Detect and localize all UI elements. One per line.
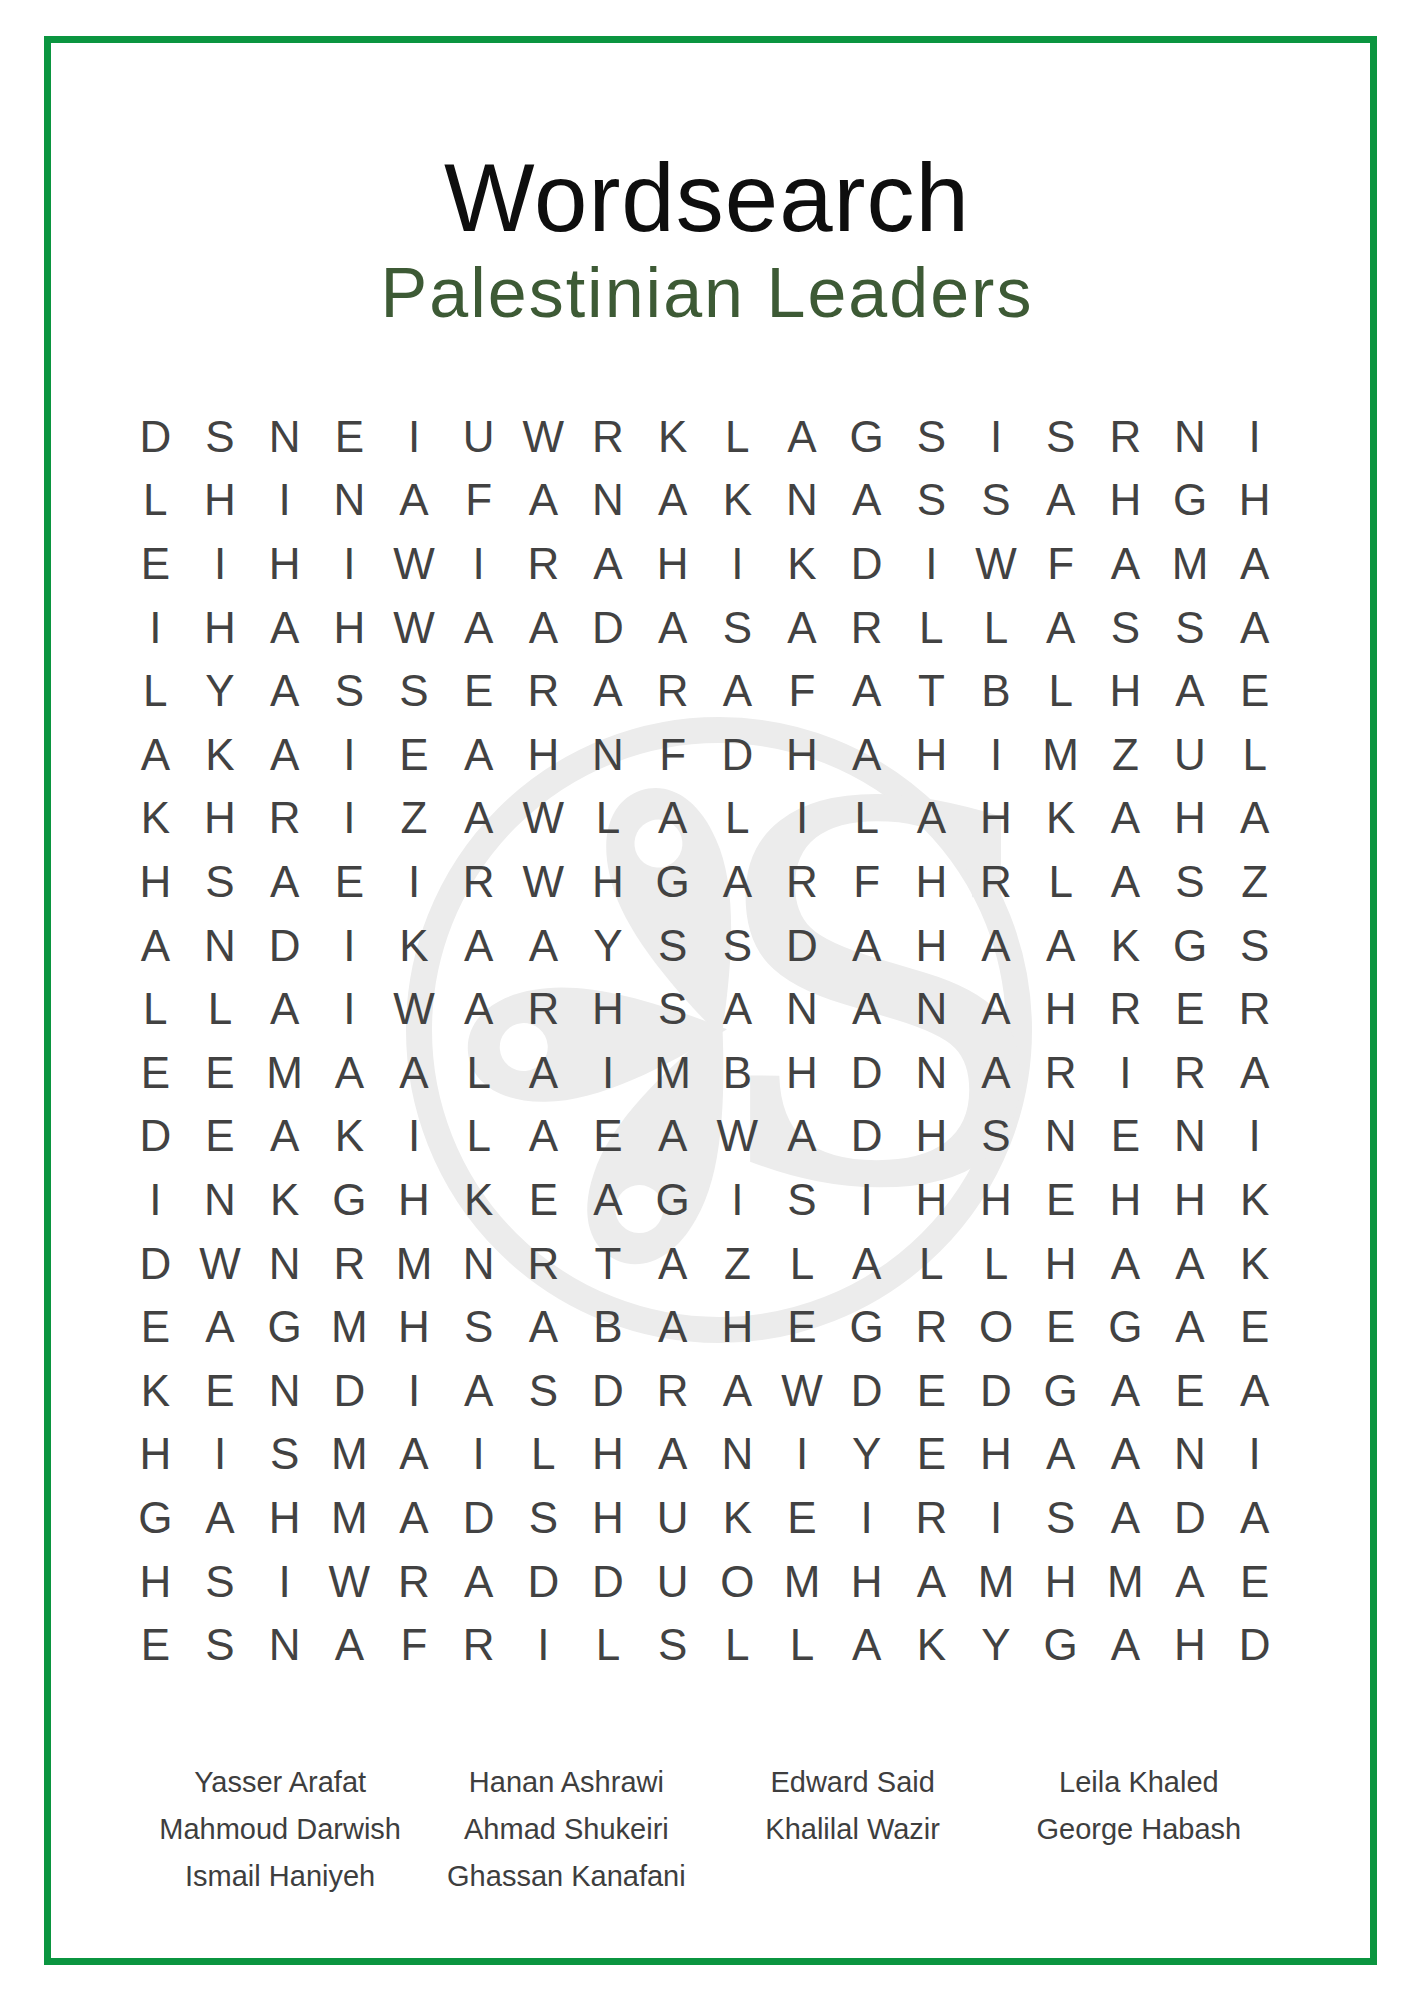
grid-cell-r11c14: A — [964, 1041, 1029, 1105]
grid-cell-r7c16: A — [1093, 787, 1158, 851]
grid-cell-r13c10: I — [705, 1168, 770, 1232]
grid-cell-r11c2: E — [188, 1041, 253, 1105]
grid-cell-r7c11: I — [770, 787, 835, 851]
grid-cell-r10c3: A — [252, 977, 317, 1041]
grid-cell-r12c15: N — [1028, 1105, 1093, 1169]
grid-cell-r19c5: R — [382, 1550, 447, 1614]
grid-cell-r2c1: L — [123, 469, 188, 533]
grid-cell-r10c18: R — [1222, 977, 1287, 1041]
grid-cell-r18c3: H — [252, 1486, 317, 1550]
grid-cell-r7c9: A — [640, 787, 705, 851]
grid-cell-r10c14: A — [964, 977, 1029, 1041]
grid-cell-r13c17: H — [1158, 1168, 1223, 1232]
grid-cell-r18c14: I — [964, 1486, 1029, 1550]
word-list-item-8: George Habash — [996, 1809, 1282, 1850]
grid-cell-r9c17: G — [1158, 914, 1223, 978]
grid-cell-r6c2: K — [188, 723, 253, 787]
grid-cell-r5c2: Y — [188, 659, 253, 723]
grid-cell-r9c15: A — [1028, 914, 1093, 978]
grid-cell-r8c5: I — [382, 850, 447, 914]
grid-cell-r2c10: K — [705, 469, 770, 533]
grid-cell-r1c15: S — [1028, 405, 1093, 469]
grid-cell-r15c8: B — [576, 1295, 641, 1359]
grid-cell-r6c8: N — [576, 723, 641, 787]
grid-cell-r18c16: A — [1093, 1486, 1158, 1550]
grid-cell-r8c11: R — [770, 850, 835, 914]
grid-cell-r6c9: F — [640, 723, 705, 787]
grid-cell-r2c14: S — [964, 469, 1029, 533]
grid-cell-r14c7: R — [511, 1232, 576, 1296]
grid-cell-r20c13: K — [899, 1613, 964, 1677]
grid-cell-r1c8: R — [576, 405, 641, 469]
grid-cell-r2c17: G — [1158, 469, 1223, 533]
grid-cell-r6c14: I — [964, 723, 1029, 787]
grid-cell-r7c6: A — [446, 787, 511, 851]
grid-cell-r8c13: H — [899, 850, 964, 914]
grid-cell-r6c15: M — [1028, 723, 1093, 787]
grid-cell-r12c7: A — [511, 1105, 576, 1169]
grid-cell-r12c2: E — [188, 1105, 253, 1169]
grid-cell-r20c7: I — [511, 1613, 576, 1677]
grid-cell-r8c2: S — [188, 850, 253, 914]
grid-cell-r10c9: S — [640, 977, 705, 1041]
grid-cell-r8c15: L — [1028, 850, 1093, 914]
grid-cell-r11c18: A — [1222, 1041, 1287, 1105]
grid-cell-r1c5: I — [382, 405, 447, 469]
grid-cell-r2c12: A — [834, 469, 899, 533]
grid-cell-r9c9: S — [640, 914, 705, 978]
grid-cell-r1c4: E — [317, 405, 382, 469]
grid-cell-r5c14: B — [964, 659, 1029, 723]
grid-cell-r5c8: A — [576, 659, 641, 723]
grid-cell-r11c13: N — [899, 1041, 964, 1105]
grid-cell-r11c10: B — [705, 1041, 770, 1105]
grid-cell-r1c17: N — [1158, 405, 1223, 469]
grid-cell-r12c13: H — [899, 1105, 964, 1169]
grid-cell-r2c15: A — [1028, 469, 1093, 533]
grid-cell-r4c2: H — [188, 596, 253, 660]
grid-cell-r15c10: H — [705, 1295, 770, 1359]
grid-cell-r6c5: E — [382, 723, 447, 787]
page-subtitle: Palestinian Leaders — [0, 258, 1414, 328]
grid-cell-r5c10: A — [705, 659, 770, 723]
grid-cell-r14c17: A — [1158, 1232, 1223, 1296]
grid-cell-r14c2: W — [188, 1232, 253, 1296]
grid-cell-r15c15: E — [1028, 1295, 1093, 1359]
grid-cell-r9c1: A — [123, 914, 188, 978]
grid-cell-r10c8: H — [576, 977, 641, 1041]
grid-cell-r4c1: I — [123, 596, 188, 660]
grid-cell-r17c3: S — [252, 1423, 317, 1487]
grid-cell-r4c17: S — [1158, 596, 1223, 660]
grid-cell-r19c9: U — [640, 1550, 705, 1614]
grid-cell-r15c4: M — [317, 1295, 382, 1359]
grid-cell-r1c2: S — [188, 405, 253, 469]
grid-cell-r4c11: A — [770, 596, 835, 660]
grid-cell-r15c12: G — [834, 1295, 899, 1359]
grid-cell-r6c13: H — [899, 723, 964, 787]
grid-cell-r17c1: H — [123, 1423, 188, 1487]
grid-cell-r16c11: W — [770, 1359, 835, 1423]
grid-cell-r8c14: R — [964, 850, 1029, 914]
grid-cell-r10c13: N — [899, 977, 964, 1041]
grid-cell-r13c15: E — [1028, 1168, 1093, 1232]
grid-cell-r19c18: E — [1222, 1550, 1287, 1614]
grid-cell-r20c8: L — [576, 1613, 641, 1677]
grid-cell-r13c2: N — [188, 1168, 253, 1232]
grid-cell-r16c3: N — [252, 1359, 317, 1423]
grid-cell-r14c4: R — [317, 1232, 382, 1296]
grid-cell-r1c3: N — [252, 405, 317, 469]
grid-cell-r15c18: E — [1222, 1295, 1287, 1359]
grid-cell-r3c2: I — [188, 532, 253, 596]
grid-cell-r16c8: D — [576, 1359, 641, 1423]
grid-cell-r19c17: A — [1158, 1550, 1223, 1614]
grid-cell-r19c6: A — [446, 1550, 511, 1614]
grid-cell-r1c6: U — [446, 405, 511, 469]
grid-cell-r12c10: W — [705, 1105, 770, 1169]
grid-cell-r20c16: A — [1093, 1613, 1158, 1677]
grid-cell-r1c10: L — [705, 405, 770, 469]
grid-cell-r6c4: I — [317, 723, 382, 787]
grid-cell-r16c6: A — [446, 1359, 511, 1423]
grid-cell-r10c16: R — [1093, 977, 1158, 1041]
grid-cell-r2c7: A — [511, 469, 576, 533]
grid-cell-r19c1: H — [123, 1550, 188, 1614]
grid-cell-r18c5: A — [382, 1486, 447, 1550]
grid-cell-r5c7: R — [511, 659, 576, 723]
grid-cell-r3c15: F — [1028, 532, 1093, 596]
grid-cell-r3c7: R — [511, 532, 576, 596]
grid-cell-r12c18: I — [1222, 1105, 1287, 1169]
grid-cell-r3c12: D — [834, 532, 899, 596]
grid-cell-r16c13: E — [899, 1359, 964, 1423]
grid-cell-r19c14: M — [964, 1550, 1029, 1614]
grid-cell-r20c6: R — [446, 1613, 511, 1677]
grid-cell-r9c10: S — [705, 914, 770, 978]
grid-cell-r1c16: R — [1093, 405, 1158, 469]
grid-cell-r17c13: E — [899, 1423, 964, 1487]
grid-cell-r16c9: R — [640, 1359, 705, 1423]
grid-cell-r4c8: D — [576, 596, 641, 660]
grid-cell-r13c16: H — [1093, 1168, 1158, 1232]
grid-cell-r19c15: H — [1028, 1550, 1093, 1614]
grid-cell-r8c18: Z — [1222, 850, 1287, 914]
grid-cell-r13c7: E — [511, 1168, 576, 1232]
grid-cell-r7c18: A — [1222, 787, 1287, 851]
grid-cell-r6c16: Z — [1093, 723, 1158, 787]
grid-cell-r18c9: U — [640, 1486, 705, 1550]
grid-cell-r7c7: W — [511, 787, 576, 851]
grid-cell-r20c10: L — [705, 1613, 770, 1677]
grid-cell-r20c2: S — [188, 1613, 253, 1677]
grid-cell-r5c4: S — [317, 659, 382, 723]
grid-cell-r10c17: E — [1158, 977, 1223, 1041]
grid-cell-r7c8: L — [576, 787, 641, 851]
grid-cell-r15c5: H — [382, 1295, 447, 1359]
grid-cell-r2c9: A — [640, 469, 705, 533]
grid-cell-r4c3: A — [252, 596, 317, 660]
grid-cell-r17c5: A — [382, 1423, 447, 1487]
grid-cell-r16c2: E — [188, 1359, 253, 1423]
grid-cell-r8c1: H — [123, 850, 188, 914]
grid-cell-r19c10: O — [705, 1550, 770, 1614]
grid-cell-r3c4: I — [317, 532, 382, 596]
grid-cell-r20c4: A — [317, 1613, 382, 1677]
grid-cell-r9c18: S — [1222, 914, 1287, 978]
grid-cell-r1c14: I — [964, 405, 1029, 469]
grid-cell-r5c11: F — [770, 659, 835, 723]
grid-cell-r9c14: A — [964, 914, 1029, 978]
grid-cell-r3c17: M — [1158, 532, 1223, 596]
grid-cell-r3c1: E — [123, 532, 188, 596]
grid-cell-r10c12: A — [834, 977, 899, 1041]
grid-cell-r18c6: D — [446, 1486, 511, 1550]
grid-cell-r20c17: H — [1158, 1613, 1223, 1677]
grid-cell-r14c9: A — [640, 1232, 705, 1296]
grid-cell-r10c15: H — [1028, 977, 1093, 1041]
grid-cell-r5c15: L — [1028, 659, 1093, 723]
grid-cell-r18c7: S — [511, 1486, 576, 1550]
grid-cell-r13c1: I — [123, 1168, 188, 1232]
grid-cell-r15c13: R — [899, 1295, 964, 1359]
grid-cell-r15c6: S — [446, 1295, 511, 1359]
grid-cell-r15c2: A — [188, 1295, 253, 1359]
grid-cell-r12c4: K — [317, 1105, 382, 1169]
grid-cell-r7c4: I — [317, 787, 382, 851]
grid-cell-r17c4: M — [317, 1423, 382, 1487]
grid-cell-r8c16: A — [1093, 850, 1158, 914]
grid-cell-r11c8: I — [576, 1041, 641, 1105]
grid-cell-r4c13: L — [899, 596, 964, 660]
grid-cell-r17c15: A — [1028, 1423, 1093, 1487]
grid-cell-r5c16: H — [1093, 659, 1158, 723]
grid-cell-r14c15: H — [1028, 1232, 1093, 1296]
grid-cell-r18c12: I — [834, 1486, 899, 1550]
grid-cell-r7c5: Z — [382, 787, 447, 851]
grid-cell-r12c3: A — [252, 1105, 317, 1169]
grid-cell-r3c13: I — [899, 532, 964, 596]
grid-cell-r1c9: K — [640, 405, 705, 469]
word-list-item-9: Ismail Haniyeh — [137, 1856, 423, 1897]
grid-cell-r5c12: A — [834, 659, 899, 723]
grid-cell-r17c16: A — [1093, 1423, 1158, 1487]
grid-cell-r5c17: A — [1158, 659, 1223, 723]
grid-cell-r2c8: N — [576, 469, 641, 533]
grid-cell-r13c12: I — [834, 1168, 899, 1232]
grid-cell-r9c8: Y — [576, 914, 641, 978]
grid-cell-r18c13: R — [899, 1486, 964, 1550]
grid-cell-r12c17: N — [1158, 1105, 1223, 1169]
word-list: Yasser ArafatHanan AshrawiEdward SaidLei… — [137, 1762, 1282, 1897]
grid-cell-r8c10: A — [705, 850, 770, 914]
grid-cell-r8c3: A — [252, 850, 317, 914]
word-list-item-1: Yasser Arafat — [137, 1762, 423, 1803]
grid-cell-r2c6: F — [446, 469, 511, 533]
grid-cell-r19c8: D — [576, 1550, 641, 1614]
grid-cell-r15c11: E — [770, 1295, 835, 1359]
grid-cell-r16c10: A — [705, 1359, 770, 1423]
grid-cell-r17c17: N — [1158, 1423, 1223, 1487]
grid-cell-r19c7: D — [511, 1550, 576, 1614]
grid-cell-r12c5: I — [382, 1105, 447, 1169]
grid-cell-r4c4: H — [317, 596, 382, 660]
grid-cell-r11c16: I — [1093, 1041, 1158, 1105]
grid-cell-r9c6: A — [446, 914, 511, 978]
word-list-item-4: Leila Khaled — [996, 1762, 1282, 1803]
grid-cell-r14c18: K — [1222, 1232, 1287, 1296]
grid-cell-r13c18: K — [1222, 1168, 1287, 1232]
grid-cell-r14c11: L — [770, 1232, 835, 1296]
grid-cell-r16c16: A — [1093, 1359, 1158, 1423]
grid-cell-r18c8: H — [576, 1486, 641, 1550]
grid-cell-r11c7: A — [511, 1041, 576, 1105]
grid-cell-r7c1: K — [123, 787, 188, 851]
grid-cell-r4c15: A — [1028, 596, 1093, 660]
grid-cell-r14c1: D — [123, 1232, 188, 1296]
grid-cell-r19c16: M — [1093, 1550, 1158, 1614]
grid-cell-r6c7: H — [511, 723, 576, 787]
grid-cell-r11c6: L — [446, 1041, 511, 1105]
grid-cell-r10c10: A — [705, 977, 770, 1041]
grid-cell-r17c14: H — [964, 1423, 1029, 1487]
grid-cell-r3c18: A — [1222, 532, 1287, 596]
grid-cell-r4c6: A — [446, 596, 511, 660]
grid-cell-r9c7: A — [511, 914, 576, 978]
grid-cell-r10c2: L — [188, 977, 253, 1041]
grid-cell-r15c7: A — [511, 1295, 576, 1359]
word-list-item-10: Ghassan Kanafani — [423, 1856, 709, 1897]
grid-cell-r4c16: S — [1093, 596, 1158, 660]
grid-cell-r18c2: A — [188, 1486, 253, 1550]
grid-cell-r9c5: K — [382, 914, 447, 978]
grid-cell-r18c11: E — [770, 1486, 835, 1550]
grid-cell-r14c13: L — [899, 1232, 964, 1296]
grid-cell-r7c2: H — [188, 787, 253, 851]
grid-cell-r1c1: D — [123, 405, 188, 469]
grid-cell-r2c3: I — [252, 469, 317, 533]
grid-cell-r17c18: I — [1222, 1423, 1287, 1487]
grid-cell-r13c5: H — [382, 1168, 447, 1232]
grid-cell-r6c1: A — [123, 723, 188, 787]
grid-cell-r12c16: E — [1093, 1105, 1158, 1169]
grid-cell-r17c11: I — [770, 1423, 835, 1487]
grid-cell-r1c7: W — [511, 405, 576, 469]
grid-cell-r2c11: N — [770, 469, 835, 533]
grid-cell-r9c2: N — [188, 914, 253, 978]
grid-cell-r20c15: G — [1028, 1613, 1093, 1677]
grid-cell-r9c4: I — [317, 914, 382, 978]
grid-cell-r5c5: S — [382, 659, 447, 723]
grid-cell-r12c9: A — [640, 1105, 705, 1169]
grid-cell-r11c1: E — [123, 1041, 188, 1105]
grid-cell-r3c8: A — [576, 532, 641, 596]
grid-cell-r5c3: A — [252, 659, 317, 723]
grid-cell-r11c11: H — [770, 1041, 835, 1105]
grid-cell-r4c14: L — [964, 596, 1029, 660]
grid-cell-r3c5: W — [382, 532, 447, 596]
grid-cell-r20c18: D — [1222, 1613, 1287, 1677]
grid-cell-r5c18: E — [1222, 659, 1287, 723]
grid-cell-r18c17: D — [1158, 1486, 1223, 1550]
grid-cell-r13c6: K — [446, 1168, 511, 1232]
grid-cell-r20c14: Y — [964, 1613, 1029, 1677]
grid-cell-r2c18: H — [1222, 469, 1287, 533]
word-list-item-6: Ahmad Shukeiri — [423, 1809, 709, 1850]
grid-cell-r11c15: R — [1028, 1041, 1093, 1105]
grid-cell-r20c5: F — [382, 1613, 447, 1677]
grid-cell-r8c8: H — [576, 850, 641, 914]
grid-cell-r17c2: I — [188, 1423, 253, 1487]
grid-cell-r17c10: N — [705, 1423, 770, 1487]
grid-cell-r13c9: G — [640, 1168, 705, 1232]
word-list-item-7: Khalilal Wazir — [710, 1809, 996, 1850]
grid-cell-r2c5: A — [382, 469, 447, 533]
grid-cell-r3c16: A — [1093, 532, 1158, 596]
grid-cell-r1c18: I — [1222, 405, 1287, 469]
grid-cell-r11c5: A — [382, 1041, 447, 1105]
grid-cell-r13c11: S — [770, 1168, 835, 1232]
grid-cell-r13c3: K — [252, 1168, 317, 1232]
grid-cell-r8c4: E — [317, 850, 382, 914]
grid-cell-r8c12: F — [834, 850, 899, 914]
grid-cell-r16c14: D — [964, 1359, 1029, 1423]
grid-cell-r16c18: A — [1222, 1359, 1287, 1423]
grid-cell-r6c10: D — [705, 723, 770, 787]
grid-cell-r17c7: L — [511, 1423, 576, 1487]
grid-cell-r9c3: D — [252, 914, 317, 978]
grid-cell-r9c13: H — [899, 914, 964, 978]
grid-cell-r13c4: G — [317, 1168, 382, 1232]
grid-cell-r19c13: A — [899, 1550, 964, 1614]
grid-cell-r17c12: Y — [834, 1423, 899, 1487]
grid-cell-r2c4: N — [317, 469, 382, 533]
grid-cell-r4c18: A — [1222, 596, 1287, 660]
grid-cell-r20c9: S — [640, 1613, 705, 1677]
grid-cell-r18c1: G — [123, 1486, 188, 1550]
grid-cell-r12c1: D — [123, 1105, 188, 1169]
grid-cell-r14c6: N — [446, 1232, 511, 1296]
grid-cell-r1c12: G — [834, 405, 899, 469]
grid-cell-r15c9: A — [640, 1295, 705, 1359]
word-list-item-2: Hanan Ashrawi — [423, 1762, 709, 1803]
grid-cell-r18c10: K — [705, 1486, 770, 1550]
grid-cell-r11c12: D — [834, 1041, 899, 1105]
grid-cell-r3c9: H — [640, 532, 705, 596]
grid-cell-r10c1: L — [123, 977, 188, 1041]
grid-cell-r6c6: A — [446, 723, 511, 787]
grid-cell-r3c14: W — [964, 532, 1029, 596]
grid-cell-r18c18: A — [1222, 1486, 1287, 1550]
grid-cell-r19c2: S — [188, 1550, 253, 1614]
grid-cell-r6c3: A — [252, 723, 317, 787]
grid-cell-r16c17: E — [1158, 1359, 1223, 1423]
grid-cell-r7c10: L — [705, 787, 770, 851]
wordsearch-grid: DSNEIUWRKLAGSISRNILHINAFANAKNASSAHGHEIHI… — [123, 405, 1287, 1677]
grid-cell-r20c12: A — [834, 1613, 899, 1677]
grid-cell-r12c14: S — [964, 1105, 1029, 1169]
grid-cell-r5c13: T — [899, 659, 964, 723]
grid-cell-r17c6: I — [446, 1423, 511, 1487]
page-title: Wordsearch — [0, 150, 1414, 246]
grid-cell-r13c8: A — [576, 1168, 641, 1232]
grid-cell-r3c10: I — [705, 532, 770, 596]
grid-cell-r14c14: L — [964, 1232, 1029, 1296]
grid-cell-r9c12: A — [834, 914, 899, 978]
grid-cell-r8c7: W — [511, 850, 576, 914]
grid-cell-r14c5: M — [382, 1232, 447, 1296]
grid-cell-r8c17: S — [1158, 850, 1223, 914]
